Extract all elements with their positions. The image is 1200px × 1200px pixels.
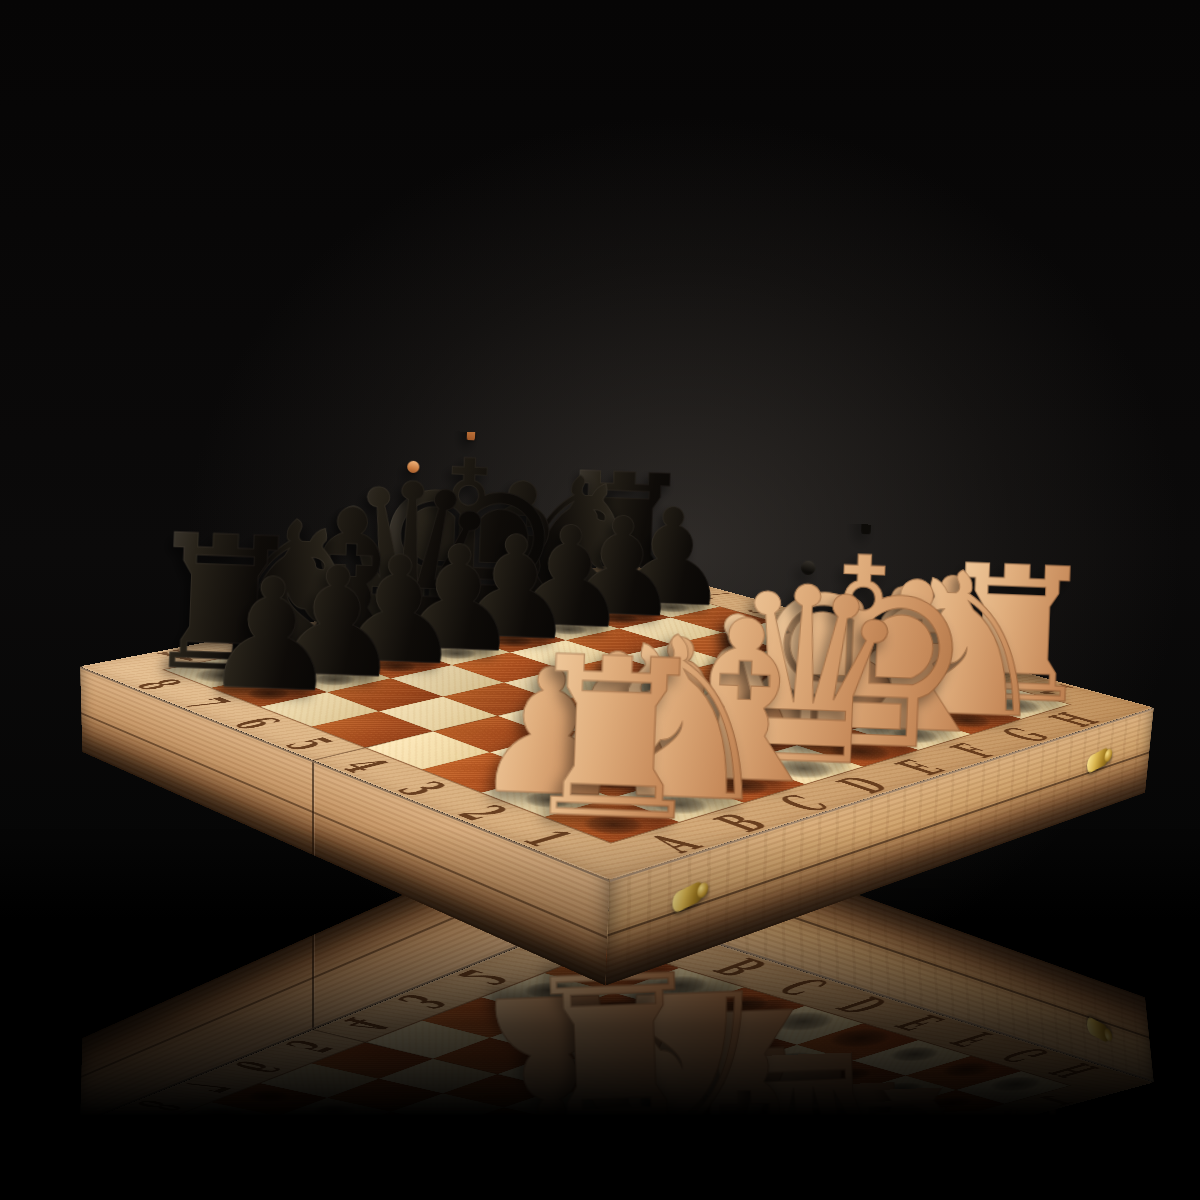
square-a5[interactable] — [312, 711, 433, 747]
chess-board: ABCDEFGH ABCDEFGH 87654321 87654321 ♜♞♝♛… — [80, 563, 1154, 880]
scene-3d: ABCDEFGH ABCDEFGH 87654321 87654321 ♜♞♝♛… — [0, 0, 1200, 1200]
square-a7[interactable] — [212, 674, 328, 707]
square-f2[interactable] — [790, 696, 906, 730]
square-e3[interactable] — [674, 691, 790, 725]
square-e2[interactable] — [734, 710, 852, 745]
square-a1[interactable] — [545, 798, 679, 843]
scene-tilt: ABCDEFGH ABCDEFGH 87654321 87654321 ♜♞♝♛… — [0, 0, 1200, 1200]
square-b2[interactable] — [550, 757, 677, 798]
square-d2[interactable] — [676, 725, 797, 762]
square-d1[interactable] — [739, 745, 863, 784]
square-c4[interactable] — [497, 701, 615, 736]
square-f1[interactable] — [853, 714, 971, 749]
square-a4[interactable] — [366, 731, 490, 769]
square-b5[interactable] — [379, 697, 497, 732]
brass-clasp-icon — [672, 880, 704, 915]
square-d3[interactable] — [616, 706, 734, 741]
square-b1[interactable] — [613, 779, 744, 822]
square-b4[interactable] — [433, 716, 554, 752]
square-c5[interactable] — [443, 683, 559, 716]
square-e1[interactable] — [797, 729, 918, 766]
square-a2[interactable] — [482, 774, 613, 817]
box-fold-seam — [312, 762, 314, 856]
square-c1[interactable] — [677, 762, 804, 803]
square-d4[interactable] — [559, 687, 675, 720]
square-a3[interactable] — [422, 752, 549, 792]
square-c2[interactable] — [614, 741, 738, 780]
square-g1[interactable] — [906, 700, 1022, 734]
photo-stage: ABCDEFGH ABCDEFGH 87654321 87654321 ♜♞♝♛… — [0, 0, 1200, 1200]
square-b6[interactable] — [327, 678, 443, 711]
square-c3[interactable] — [554, 720, 675, 757]
square-a6[interactable] — [260, 692, 378, 726]
square-b3[interactable] — [490, 736, 614, 774]
